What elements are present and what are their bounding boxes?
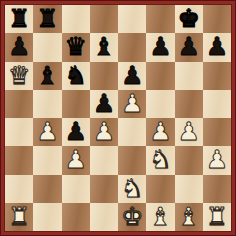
white-pawn-h3: ♟ [206,146,228,174]
white-knight-f3: ♞ [149,146,171,174]
square-h4[interactable] [203,118,231,146]
square-h2[interactable] [203,175,231,203]
white-pawn-b4: ♟ [36,118,58,146]
black-knight-c6: ♞ [64,62,86,90]
square-b4[interactable]: ♟ [33,118,61,146]
square-g3[interactable] [175,146,203,174]
white-rook-a1: ♜ [8,203,30,231]
black-pawn-h7: ♟ [206,33,228,61]
black-rook-a8: ♜ [8,5,30,33]
square-e3[interactable] [118,146,146,174]
black-king-g8: ♚ [177,5,199,33]
black-pawn-a7: ♟ [8,33,30,61]
black-bishop-b6: ♝ [36,62,58,90]
white-bishop-g1: ♝ [177,203,199,231]
square-c7[interactable]: ♛ [62,33,90,61]
square-g2[interactable] [175,175,203,203]
white-pawn-g4: ♟ [177,118,199,146]
square-b1[interactable] [33,203,61,231]
square-e5[interactable]: ♟ [118,90,146,118]
black-pawn-c4: ♟ [64,118,86,146]
white-rook-h1: ♜ [206,203,228,231]
square-a5[interactable] [5,90,33,118]
black-bishop-d7: ♝ [93,33,115,61]
chess-board: ♜♜♚♟♛♝♟♟♟♛♝♞♟♟♟♟♟♟♟♟♟♞♟♞♜♚♝♝♜ [5,5,231,231]
square-c5[interactable] [62,90,90,118]
square-g8[interactable]: ♚ [175,5,203,33]
square-h1[interactable]: ♜ [203,203,231,231]
square-g7[interactable]: ♟ [175,33,203,61]
square-h5[interactable] [203,90,231,118]
square-d7[interactable]: ♝ [90,33,118,61]
square-b2[interactable] [33,175,61,203]
black-pawn-d5: ♟ [93,90,115,118]
square-c2[interactable] [62,175,90,203]
square-h8[interactable] [203,5,231,33]
black-pawn-f7: ♟ [149,33,171,61]
square-a4[interactable] [5,118,33,146]
square-d3[interactable] [90,146,118,174]
square-b8[interactable]: ♜ [33,5,61,33]
square-b6[interactable]: ♝ [33,62,61,90]
square-c4[interactable]: ♟ [62,118,90,146]
square-g4[interactable]: ♟ [175,118,203,146]
square-f5[interactable] [146,90,174,118]
square-e6[interactable]: ♟ [118,62,146,90]
black-pawn-e6: ♟ [121,62,143,90]
square-b5[interactable] [33,90,61,118]
black-queen-c7: ♛ [64,33,86,61]
white-pawn-d4: ♟ [93,118,115,146]
square-e4[interactable] [118,118,146,146]
square-d5[interactable]: ♟ [90,90,118,118]
white-pawn-f4: ♟ [149,118,171,146]
white-bishop-f1: ♝ [149,203,171,231]
square-a8[interactable]: ♜ [5,5,33,33]
square-h7[interactable]: ♟ [203,33,231,61]
white-knight-e2: ♞ [121,175,143,203]
square-c3[interactable]: ♟ [62,146,90,174]
square-d1[interactable] [90,203,118,231]
square-c1[interactable] [62,203,90,231]
square-g6[interactable] [175,62,203,90]
square-d6[interactable] [90,62,118,90]
square-c6[interactable]: ♞ [62,62,90,90]
square-d2[interactable] [90,175,118,203]
square-g5[interactable] [175,90,203,118]
square-f4[interactable]: ♟ [146,118,174,146]
square-f3[interactable]: ♞ [146,146,174,174]
square-f2[interactable] [146,175,174,203]
square-e1[interactable]: ♚ [118,203,146,231]
square-a1[interactable]: ♜ [5,203,33,231]
white-pawn-c3: ♟ [64,146,86,174]
square-f1[interactable]: ♝ [146,203,174,231]
black-rook-b8: ♜ [36,5,58,33]
square-g1[interactable]: ♝ [175,203,203,231]
square-d4[interactable]: ♟ [90,118,118,146]
square-h3[interactable]: ♟ [203,146,231,174]
square-a3[interactable] [5,146,33,174]
black-pawn-g7: ♟ [177,33,199,61]
white-pawn-e5: ♟ [121,90,143,118]
square-f6[interactable] [146,62,174,90]
square-b3[interactable] [33,146,61,174]
square-e2[interactable]: ♞ [118,175,146,203]
square-f7[interactable]: ♟ [146,33,174,61]
square-a6[interactable]: ♛ [5,62,33,90]
square-d8[interactable] [90,5,118,33]
square-f8[interactable] [146,5,174,33]
chess-board-frame: ♜♜♚♟♛♝♟♟♟♛♝♞♟♟♟♟♟♟♟♟♟♞♟♞♜♚♝♝♜ [0,0,236,236]
white-queen-a6: ♛ [8,62,30,90]
square-c8[interactable] [62,5,90,33]
square-e8[interactable] [118,5,146,33]
white-king-e1: ♚ [121,203,143,231]
square-e7[interactable] [118,33,146,61]
square-a2[interactable] [5,175,33,203]
square-b7[interactable] [33,33,61,61]
square-a7[interactable]: ♟ [5,33,33,61]
square-h6[interactable] [203,62,231,90]
